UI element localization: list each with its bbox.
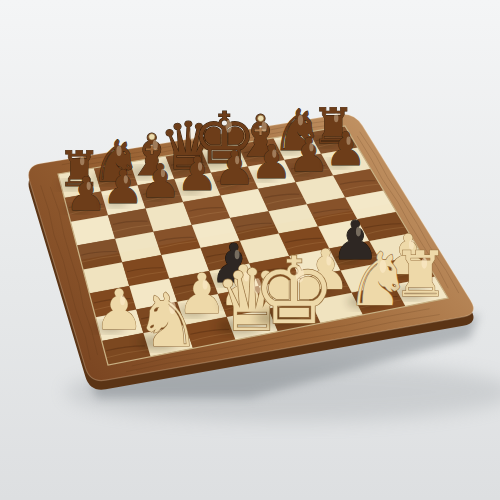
piece-white-rook-h1[interactable]: ♜	[392, 238, 448, 311]
piece-highlight	[161, 169, 165, 177]
piece-highlight	[124, 175, 128, 183]
piece-black-pawn-b7[interactable]: ♟	[102, 160, 143, 214]
piece-black-pawn-g7[interactable]: ♟	[288, 128, 329, 182]
piece-black-pawn-f7[interactable]: ♟	[251, 135, 292, 189]
piece-highlight	[272, 149, 276, 157]
piece-highlight	[296, 266, 304, 283]
piece-black-pawn-e7[interactable]: ♟	[214, 141, 255, 195]
piece-highlight	[225, 120, 231, 133]
piece-white-king-e1[interactable]: ♚	[253, 237, 336, 345]
piece-highlight	[421, 257, 427, 268]
chess-board-photo: ♜♞♝♛♚♝♞♜♟♟♟♟♟♟♟♟♟♟♟♟♟♟♟♞♛♚♞♜	[0, 0, 500, 500]
bishop-finial-tip	[149, 134, 155, 140]
piece-highlight	[309, 143, 313, 151]
piece-highlight	[380, 260, 387, 273]
piece-highlight	[346, 137, 350, 145]
piece-highlight	[298, 115, 303, 125]
piece-black-pawn-d7[interactable]: ♟	[177, 147, 218, 201]
piece-highlight	[80, 157, 84, 166]
piece-highlight	[262, 121, 267, 131]
piece-black-pawn-a7[interactable]: ♟	[65, 167, 106, 221]
piece-white-knight-b1[interactable]: ♞	[135, 277, 201, 363]
piece-highlight	[116, 146, 121, 156]
piece-highlight	[169, 301, 176, 314]
piece-black-pawn-h7[interactable]: ♟	[325, 122, 366, 176]
piece-black-pawn-c7[interactable]: ♟	[139, 154, 180, 208]
scene: ♜♞♝♛♚♝♞♜♟♟♟♟♟♟♟♟♟♟♟♟♟♟♟♞♛♚♞♜	[0, 0, 500, 500]
piece-highlight	[203, 279, 208, 289]
piece-highlight	[198, 162, 202, 170]
piece-highlight	[87, 182, 91, 190]
bishop-finial-tip	[258, 115, 264, 121]
piece-highlight	[235, 156, 239, 164]
piece-highlight	[120, 295, 125, 305]
piece-highlight	[153, 140, 158, 150]
